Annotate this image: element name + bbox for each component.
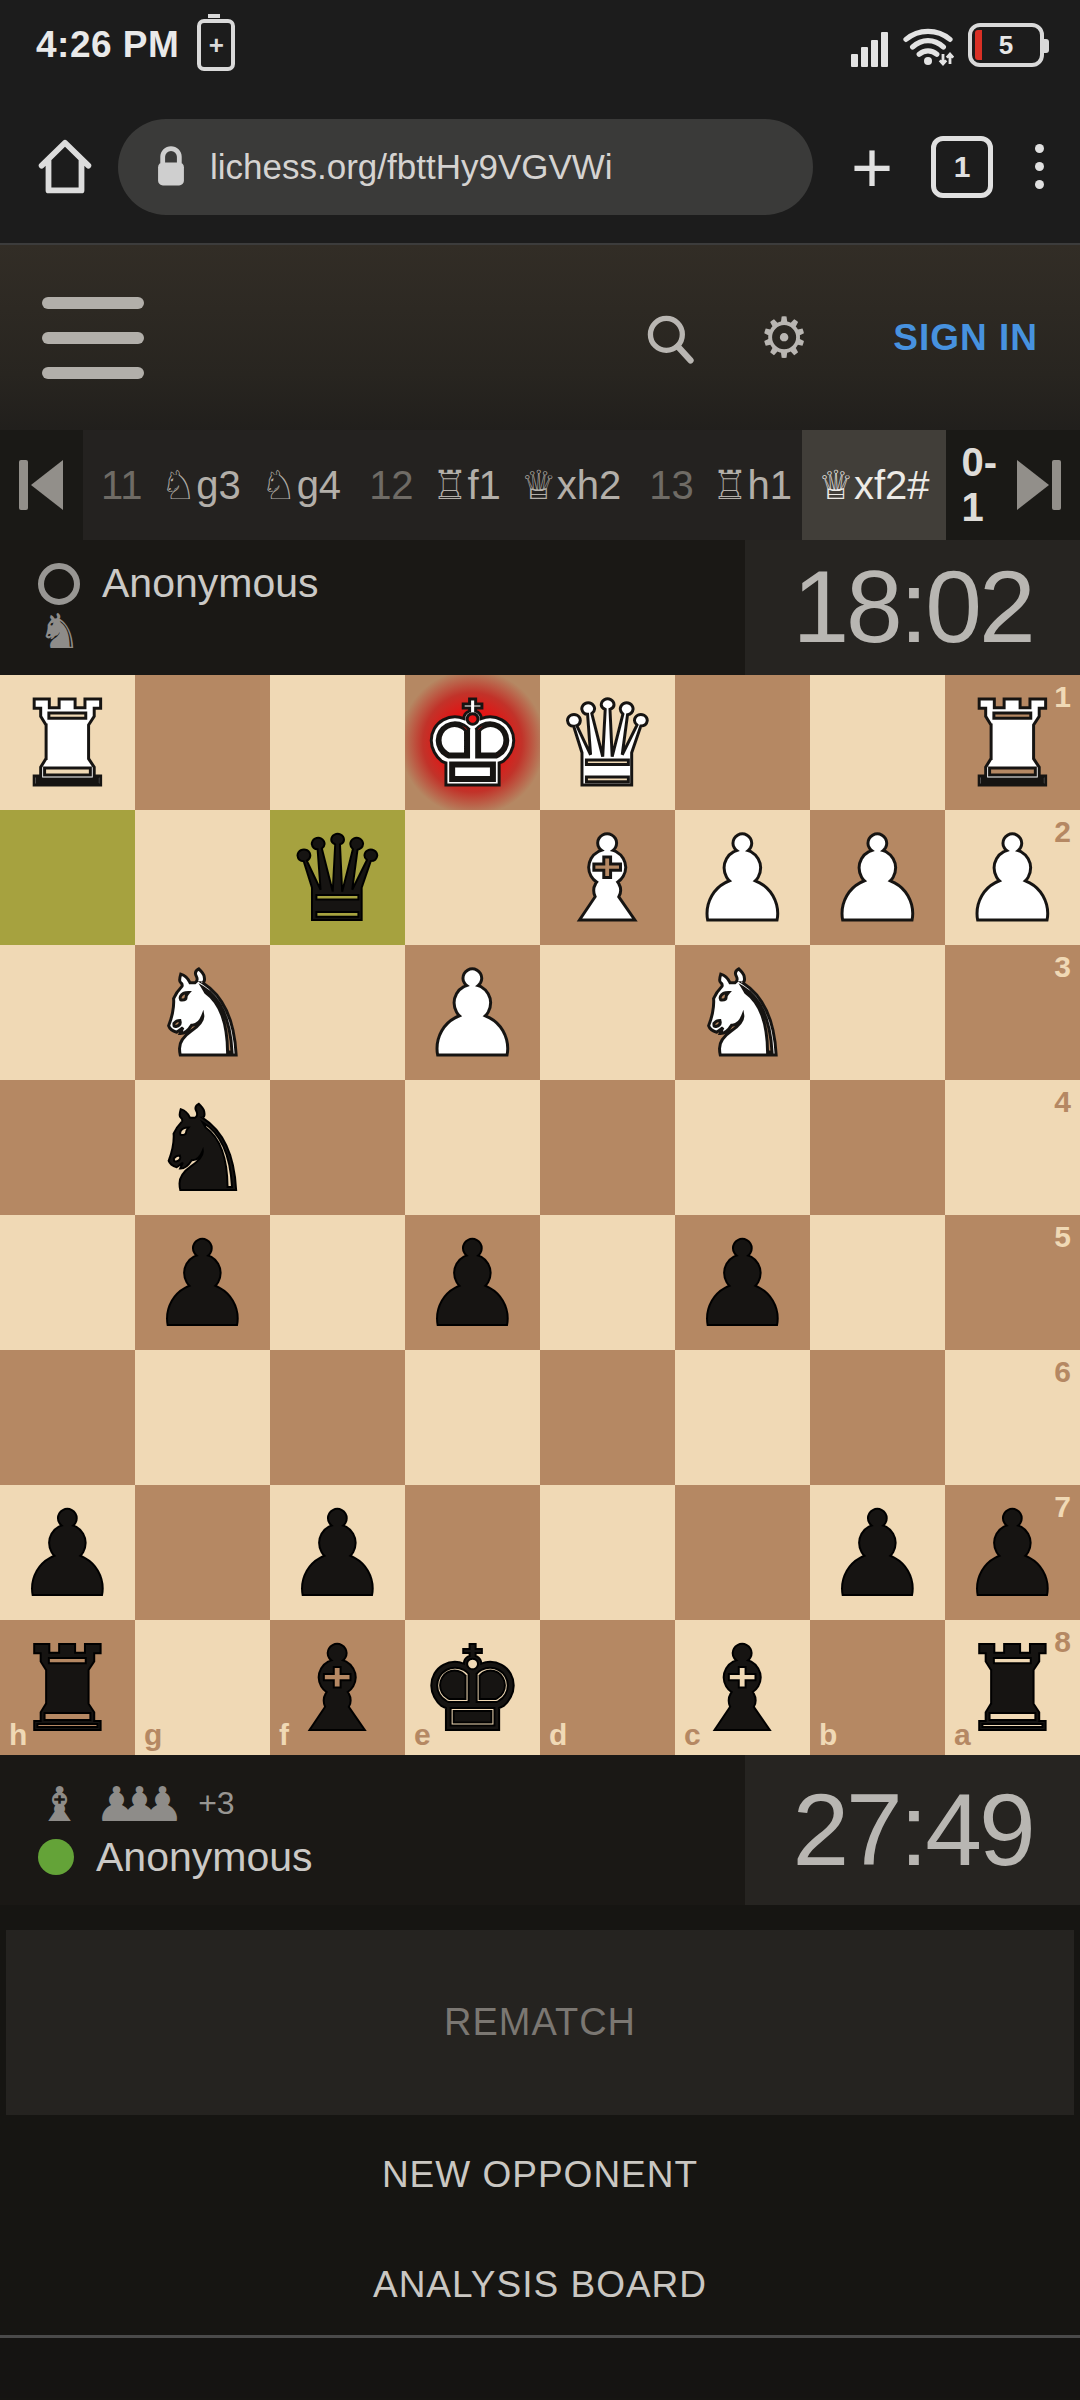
move-number: 11: [101, 430, 143, 540]
square-b4[interactable]: [810, 1080, 945, 1215]
white-bishop: ♝: [540, 810, 675, 945]
square-c1[interactable]: [675, 675, 810, 810]
square-a7[interactable]: ♟7: [945, 1485, 1080, 1620]
move-token[interactable]: ♘g4: [261, 430, 341, 540]
square-d6[interactable]: [540, 1350, 675, 1485]
square-b6[interactable]: [810, 1350, 945, 1485]
black-queen: ♛: [270, 810, 405, 945]
square-f4[interactable]: [270, 1080, 405, 1215]
wifi-icon: [902, 23, 954, 67]
browser-menu-icon[interactable]: [1035, 144, 1044, 189]
top-player-name: Anonymous: [102, 560, 319, 607]
square-d3[interactable]: [540, 945, 675, 1080]
rank-label: 3: [1054, 950, 1071, 984]
white-player-icon: [38, 563, 80, 605]
bottom-clock-time: 27:49: [792, 1772, 1032, 1889]
square-e8[interactable]: ♚e: [405, 1620, 540, 1755]
black-pawn: ♟: [135, 1215, 270, 1350]
square-a2[interactable]: ♟2: [945, 810, 1080, 945]
sign-in-button[interactable]: SIGN IN: [893, 317, 1038, 359]
white-knight: ♞: [135, 945, 270, 1080]
rematch-label: REMATCH: [444, 2001, 636, 2044]
square-d4[interactable]: [540, 1080, 675, 1215]
square-c4[interactable]: [675, 1080, 810, 1215]
square-e4[interactable]: [405, 1080, 540, 1215]
file-label: f: [279, 1718, 289, 1752]
file-label: c: [684, 1718, 701, 1752]
square-c7[interactable]: [675, 1485, 810, 1620]
rank-label: 8: [1054, 1625, 1071, 1659]
rank-label: 7: [1054, 1490, 1071, 1524]
move-token[interactable]: ♖h1: [712, 430, 792, 540]
file-label: g: [144, 1718, 162, 1752]
black-pawn: ♟: [810, 1485, 945, 1620]
lock-icon: [152, 143, 190, 191]
black-bishop: ♝: [270, 1620, 405, 1755]
white-knight: ♞: [675, 945, 810, 1080]
black-pawn: ♟: [675, 1215, 810, 1350]
square-a4[interactable]: 4: [945, 1080, 1080, 1215]
square-c3[interactable]: ♞: [675, 945, 810, 1080]
black-pawn: ♟: [270, 1485, 405, 1620]
square-f5[interactable]: [270, 1215, 405, 1350]
battery-percent: 5: [999, 30, 1013, 61]
page-bottom: [0, 2338, 1080, 2398]
new-opponent-label: NEW OPPONENT: [382, 2154, 698, 2196]
top-clock: 18:02: [745, 540, 1080, 675]
result-token[interactable]: 0-1: [962, 440, 998, 530]
square-c2[interactable]: ♟: [675, 810, 810, 945]
square-a1[interactable]: ♜1: [945, 675, 1080, 810]
rank-label: 5: [1054, 1220, 1071, 1254]
square-e1[interactable]: ♚: [405, 675, 540, 810]
square-h2[interactable]: [0, 810, 135, 945]
move-list-bar: 11♘g3♘g412♖f1♕xh213♖h1♕xf2# 0-1: [0, 430, 1080, 540]
square-h6[interactable]: [0, 1350, 135, 1485]
square-b3[interactable]: [810, 945, 945, 1080]
bottom-clock: 27:49: [745, 1755, 1080, 1905]
square-c8[interactable]: ♝c: [675, 1620, 810, 1755]
site-header: ⚙ SIGN IN: [0, 245, 1080, 430]
bottom-player-name: Anonymous: [96, 1834, 313, 1881]
white-pawn: ♟: [405, 945, 540, 1080]
skip-to-end-button[interactable]: [997, 430, 1080, 540]
square-f3[interactable]: [270, 945, 405, 1080]
captured-bishop-icon: ♝: [38, 1780, 81, 1828]
square-g4[interactable]: ♞: [135, 1080, 270, 1215]
hamburger-menu-icon[interactable]: [42, 297, 144, 379]
browser-toolbar: lichess.org/fbttHy9VGVWi + 1: [0, 90, 1080, 245]
square-e5[interactable]: ♟: [405, 1215, 540, 1350]
top-player-row: Anonymous ♞ 18:02: [0, 540, 1080, 675]
search-icon[interactable]: [641, 309, 699, 367]
square-f7[interactable]: ♟: [270, 1485, 405, 1620]
square-g3[interactable]: ♞: [135, 945, 270, 1080]
square-h3[interactable]: [0, 945, 135, 1080]
square-g1[interactable]: [135, 675, 270, 810]
url-bar[interactable]: lichess.org/fbttHy9VGVWi: [118, 119, 813, 215]
square-e3[interactable]: ♟: [405, 945, 540, 1080]
square-d2[interactable]: ♝: [540, 810, 675, 945]
rank-label: 6: [1054, 1355, 1071, 1389]
move-token[interactable]: ♖f1: [432, 430, 501, 540]
square-a8[interactable]: ♜8a: [945, 1620, 1080, 1755]
square-e7[interactable]: [405, 1485, 540, 1620]
square-f1[interactable]: [270, 675, 405, 810]
rank-label: 1: [1054, 680, 1071, 714]
square-e2[interactable]: [405, 810, 540, 945]
signal-icon: [851, 31, 888, 67]
square-h8[interactable]: ♜h: [0, 1620, 135, 1755]
captured-pawns-icons: ♟♟♟: [95, 1780, 184, 1828]
square-h4[interactable]: [0, 1080, 135, 1215]
url-text: lichess.org/fbttHy9VGVWi: [210, 147, 613, 187]
white-pawn: ♟: [810, 810, 945, 945]
skip-to-start-button[interactable]: [0, 430, 83, 540]
square-h5[interactable]: [0, 1215, 135, 1350]
square-b1[interactable]: [810, 675, 945, 810]
file-label: a: [954, 1718, 971, 1752]
battery-saver-icon: +: [197, 19, 235, 71]
square-f8[interactable]: ♝f: [270, 1620, 405, 1755]
square-d1[interactable]: ♛: [540, 675, 675, 810]
square-f6[interactable]: [270, 1350, 405, 1485]
square-c5[interactable]: ♟: [675, 1215, 810, 1350]
square-e6[interactable]: [405, 1350, 540, 1485]
square-a5[interactable]: 5: [945, 1215, 1080, 1350]
square-b7[interactable]: ♟: [810, 1485, 945, 1620]
square-a3[interactable]: 3: [945, 945, 1080, 1080]
square-b2[interactable]: ♟: [810, 810, 945, 945]
status-bar: 4:26 PM + 5: [0, 0, 1080, 90]
black-knight: ♞: [135, 1080, 270, 1215]
square-g8[interactable]: g: [135, 1620, 270, 1755]
analysis-board-button[interactable]: ANALYSIS BOARD: [0, 2235, 1080, 2335]
home-icon[interactable]: [30, 134, 100, 200]
move-number: 12: [369, 430, 414, 540]
square-d8[interactable]: d: [540, 1620, 675, 1755]
white-king: ♚: [405, 675, 540, 810]
top-clock-time: 18:02: [792, 549, 1032, 666]
analysis-board-label: ANALYSIS BOARD: [373, 2264, 707, 2306]
move-token[interactable]: ♕xf2#: [802, 430, 945, 540]
move-token[interactable]: ♘g3: [160, 430, 240, 540]
rank-label: 4: [1054, 1085, 1071, 1119]
square-g7[interactable]: [135, 1485, 270, 1620]
square-a6[interactable]: 6: [945, 1350, 1080, 1485]
square-b5[interactable]: [810, 1215, 945, 1350]
square-h7[interactable]: ♟: [0, 1485, 135, 1620]
tab-switcher[interactable]: 1: [931, 136, 993, 198]
black-pawn: ♟: [405, 1215, 540, 1350]
file-label: b: [819, 1718, 837, 1752]
captured-knight-icon: ♞: [38, 607, 81, 655]
battery-icon: 5: [968, 23, 1044, 67]
chess-board[interactable]: ♜♚♛♜1♛♝♟♟♟2♞♟♞3♞4♟♟♟56♟♟♟♟7♜hg♝f♚ed♝cb♜8…: [0, 675, 1080, 1755]
rematch-button[interactable]: REMATCH: [6, 1930, 1074, 2115]
gear-icon[interactable]: ⚙: [759, 310, 809, 366]
bottom-player-row: ♝ ♟♟♟ +3 Anonymous 27:49: [0, 1755, 1080, 1905]
white-queen: ♛: [540, 675, 675, 810]
black-pawn: ♟: [0, 1485, 135, 1620]
square-g6[interactable]: [135, 1350, 270, 1485]
square-b8[interactable]: b: [810, 1620, 945, 1755]
clock-time: 4:26 PM: [36, 24, 179, 66]
square-h1[interactable]: ♜: [0, 675, 135, 810]
material-advantage: +3: [198, 1785, 234, 1822]
square-d7[interactable]: [540, 1485, 675, 1620]
online-status-dot: [38, 1839, 74, 1875]
white-rook: ♜: [0, 675, 135, 810]
square-g2[interactable]: [135, 810, 270, 945]
move-token[interactable]: ♕xh2: [521, 430, 621, 540]
square-c6[interactable]: [675, 1350, 810, 1485]
result-zone: 0-1: [946, 430, 998, 540]
square-d5[interactable]: [540, 1215, 675, 1350]
rank-label: 2: [1054, 815, 1071, 849]
file-label: e: [414, 1718, 431, 1752]
move-number: 13: [649, 430, 694, 540]
move-strip: 11♘g3♘g412♖f1♕xh213♖h1♕xf2#: [83, 430, 946, 540]
new-opponent-button[interactable]: NEW OPPONENT: [0, 2115, 1080, 2235]
square-g5[interactable]: ♟: [135, 1215, 270, 1350]
file-label: d: [549, 1718, 567, 1752]
square-f2[interactable]: ♛: [270, 810, 405, 945]
file-label: h: [9, 1718, 27, 1752]
white-pawn: ♟: [675, 810, 810, 945]
